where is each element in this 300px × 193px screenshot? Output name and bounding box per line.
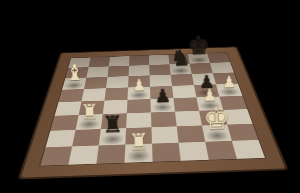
piece-layer: ♚♞♝♟♟♟♟♟♜♜♚♜: [40, 53, 265, 166]
piece-white-rook-b3[interactable]: ♜: [76, 114, 103, 130]
knight-glyph: ♞: [170, 46, 191, 69]
rook-glyph: ♜: [128, 130, 149, 153]
bishop-glyph: ♝: [64, 62, 84, 84]
king-glyph: ♚: [202, 102, 230, 133]
chess-scene: ♚♞♝♟♟♟♟♟♜♜♚♜: [0, 0, 300, 193]
piece-black-king-g8[interactable]: ♚: [188, 53, 210, 63]
piece-white-pawn-d5[interactable]: ♟: [127, 87, 150, 100]
pawn-glyph: ♟: [131, 77, 146, 93]
board-wrap: ♚♞♝♟♟♟♟♟♜♜♚♜: [42, 0, 259, 193]
chess-board[interactable]: ♚♞♝♟♟♟♟♟♜♜♚♜: [21, 47, 286, 177]
pawn-glyph: ♟: [154, 86, 171, 105]
piece-white-bishop-a6[interactable]: ♝: [62, 78, 86, 90]
piece-black-knight-f7[interactable]: ♞: [169, 64, 191, 75]
piece-black-pawn-e4[interactable]: ♟: [150, 98, 175, 112]
pawn-glyph: ♟: [221, 74, 236, 90]
piece-black-rook-c2[interactable]: ♜: [99, 128, 126, 145]
piece-white-rook-d1[interactable]: ♜: [125, 144, 153, 163]
rook-glyph: ♜: [101, 113, 123, 137]
piece-white-pawn-h5[interactable]: ♟: [216, 84, 242, 97]
rook-glyph: ♜: [80, 101, 99, 122]
board-perspective-wrapper: ♚♞♝♟♟♟♟♟♜♜♚♜: [0, 0, 300, 193]
piece-white-king-g2[interactable]: ♚: [202, 125, 232, 142]
